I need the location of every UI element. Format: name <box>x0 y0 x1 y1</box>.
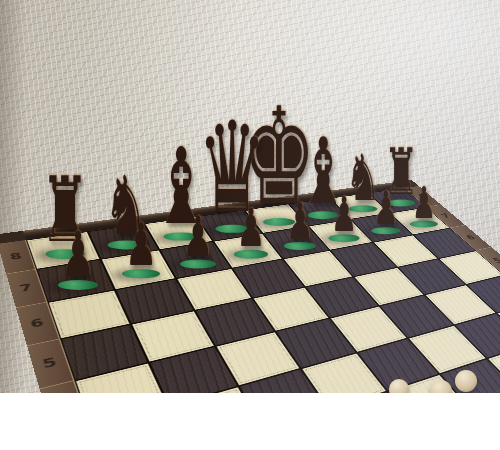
white-piece-top-1 <box>389 379 409 393</box>
photo-of-chess-set: 88776655 ♜♞♝♛♚♝♞♜♟♟♟♟♟♟♟♟ <box>0 0 500 450</box>
pawn-glyph: ♟ <box>60 224 95 286</box>
pawn-glyph: ♟ <box>286 197 314 247</box>
white-bottom-strip <box>0 393 500 450</box>
pieces-layer: ♜♞♝♛♚♝♞♜♟♟♟♟♟♟♟♟ <box>0 0 500 393</box>
pawn-glyph: ♟ <box>236 203 265 256</box>
pawn-glyph: ♟ <box>124 216 157 275</box>
pawn-glyph: ♟ <box>412 181 436 225</box>
pawn-glyph: ♟ <box>331 191 358 239</box>
pawn-glyph: ♟ <box>183 209 214 265</box>
white-piece-top-2 <box>430 380 452 393</box>
photo-area: 88776655 ♜♞♝♛♚♝♞♜♟♟♟♟♟♟♟♟ <box>0 0 500 393</box>
white-piece-top-3 <box>455 370 477 392</box>
pawn-glyph: ♟ <box>373 186 398 232</box>
